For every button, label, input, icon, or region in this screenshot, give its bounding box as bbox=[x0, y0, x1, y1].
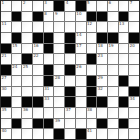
block-cell-r8c12 bbox=[119, 76, 129, 86]
block-cell-r6c3 bbox=[22, 54, 32, 64]
letter-cell-r7c6[interactable] bbox=[54, 65, 64, 75]
clue-number-23: 23 bbox=[98, 54, 103, 58]
letter-cell-r4c1[interactable] bbox=[1, 33, 11, 43]
block-cell-r1c6 bbox=[54, 1, 64, 11]
letter-cell-r11c4[interactable] bbox=[33, 108, 43, 118]
letter-cell-r1c5[interactable]: 3 bbox=[44, 1, 54, 11]
letter-cell-r11c5[interactable] bbox=[44, 108, 54, 118]
clue-number-4: 4 bbox=[66, 1, 69, 5]
block-cell-r9c13 bbox=[129, 87, 139, 97]
letter-cell-r1c2[interactable] bbox=[12, 1, 22, 11]
clue-number-34: 34 bbox=[130, 97, 135, 101]
block-cell-r12c12 bbox=[119, 119, 129, 129]
clue-number-16: 16 bbox=[34, 44, 39, 48]
clue-number-27: 27 bbox=[2, 76, 7, 80]
block-cell-r7c5 bbox=[44, 65, 54, 75]
block-cell-r1c8 bbox=[76, 1, 86, 11]
letter-cell-r7c11[interactable] bbox=[108, 65, 118, 75]
letter-cell-r13c3[interactable] bbox=[22, 129, 32, 139]
clue-number-9: 9 bbox=[55, 12, 58, 16]
letter-cell-r13c11[interactable] bbox=[108, 129, 118, 139]
letter-cell-r3c11[interactable] bbox=[108, 22, 118, 32]
clue-number-38: 38 bbox=[87, 108, 92, 112]
crossword-puzzle: 1234567891011121314151617181920212223242… bbox=[0, 0, 140, 140]
letter-cell-r12c1[interactable] bbox=[1, 119, 11, 129]
letter-cell-r8c6[interactable]: 28 bbox=[54, 76, 64, 86]
letter-cell-r9c11[interactable] bbox=[108, 87, 118, 97]
clue-number-3: 3 bbox=[44, 1, 47, 5]
block-cell-r12c10 bbox=[97, 119, 107, 129]
letter-cell-r9c6[interactable] bbox=[54, 87, 64, 97]
letter-cell-r3c4[interactable] bbox=[33, 22, 43, 32]
clue-number-40: 40 bbox=[2, 129, 7, 133]
clue-number-22: 22 bbox=[34, 54, 39, 58]
letter-cell-r6c11[interactable] bbox=[108, 54, 118, 64]
letter-cell-r2c3[interactable] bbox=[22, 12, 32, 22]
clue-number-37: 37 bbox=[66, 108, 71, 112]
clue-number-41: 41 bbox=[87, 129, 92, 133]
block-cell-r4c7 bbox=[65, 33, 75, 43]
letter-cell-r6c6[interactable] bbox=[54, 54, 64, 64]
letter-cell-r5c10[interactable]: 18 bbox=[97, 44, 107, 54]
letter-cell-r1c4[interactable] bbox=[33, 1, 43, 11]
clue-number-26: 26 bbox=[76, 65, 81, 69]
block-cell-r10c9 bbox=[87, 97, 97, 107]
block-cell-r13c6 bbox=[54, 129, 64, 139]
letter-cell-r5c13[interactable]: 20 bbox=[129, 44, 139, 54]
block-cell-r4c5 bbox=[44, 33, 54, 43]
block-cell-r2c4 bbox=[33, 12, 43, 22]
letter-cell-r4c12[interactable] bbox=[119, 33, 129, 43]
letter-cell-r11c8[interactable] bbox=[76, 108, 86, 118]
letter-cell-r8c13[interactable] bbox=[129, 76, 139, 86]
letter-cell-r2c5[interactable]: 8 bbox=[44, 12, 54, 22]
letter-cell-r8c11[interactable] bbox=[108, 76, 118, 86]
block-cell-r2c10 bbox=[97, 12, 107, 22]
letter-cell-r8c2[interactable] bbox=[12, 76, 22, 86]
letter-cell-r10c8[interactable] bbox=[76, 97, 86, 107]
clue-number-25: 25 bbox=[23, 65, 28, 69]
letter-cell-r6c10[interactable]: 23 bbox=[97, 54, 107, 64]
letter-cell-r1c1[interactable]: 1 bbox=[1, 1, 11, 11]
clue-number-35: 35 bbox=[2, 108, 7, 112]
letter-cell-r3c1[interactable]: 11 bbox=[1, 22, 11, 32]
block-cell-r9c7 bbox=[65, 87, 75, 97]
letter-cell-r12c11[interactable] bbox=[108, 119, 118, 129]
letter-cell-r3c8[interactable] bbox=[76, 22, 86, 32]
letter-cell-r3c9[interactable]: 12 bbox=[87, 22, 97, 32]
letter-cell-r6c13[interactable] bbox=[129, 54, 139, 64]
block-cell-r5c1 bbox=[1, 44, 11, 54]
clue-number-36: 36 bbox=[23, 108, 28, 112]
letter-cell-r7c4[interactable] bbox=[33, 65, 43, 75]
letter-cell-r7c8[interactable]: 26 bbox=[76, 65, 86, 75]
letter-cell-r10c5[interactable]: 33 bbox=[44, 97, 54, 107]
letter-cell-r10c2[interactable] bbox=[12, 97, 22, 107]
clue-number-33: 33 bbox=[44, 97, 49, 101]
clue-number-30: 30 bbox=[2, 87, 7, 91]
letter-cell-r12c3[interactable] bbox=[22, 119, 32, 129]
letter-cell-r10c13[interactable]: 34 bbox=[129, 97, 139, 107]
block-cell-r12c4 bbox=[33, 119, 43, 129]
letter-cell-r1c9[interactable]: 5 bbox=[87, 1, 97, 11]
clue-number-32: 32 bbox=[98, 87, 103, 91]
letter-cell-r6c2[interactable] bbox=[12, 54, 22, 64]
block-cell-r10c4 bbox=[33, 97, 43, 107]
block-cell-r12c5 bbox=[44, 119, 54, 129]
letter-cell-r11c11[interactable] bbox=[108, 108, 118, 118]
block-cell-r13c8 bbox=[76, 129, 86, 139]
letter-cell-r9c8[interactable] bbox=[76, 87, 86, 97]
letter-cell-r11c10[interactable] bbox=[97, 108, 107, 118]
letter-cell-r1c7[interactable]: 4 bbox=[65, 1, 75, 11]
letter-cell-r11c12[interactable] bbox=[119, 108, 129, 118]
clue-number-5: 5 bbox=[87, 1, 90, 5]
clue-number-14: 14 bbox=[76, 33, 81, 37]
letter-cell-r13c5[interactable] bbox=[44, 129, 54, 139]
letter-cell-r9c2[interactable] bbox=[12, 87, 22, 97]
letter-cell-r9c1[interactable]: 30 bbox=[1, 87, 11, 97]
letter-cell-r13c4[interactable] bbox=[33, 129, 43, 139]
letter-cell-r2c13[interactable] bbox=[129, 12, 139, 22]
block-cell-r8c9 bbox=[87, 76, 97, 86]
letter-cell-r6c7[interactable] bbox=[65, 54, 75, 64]
letter-cell-r6c1[interactable]: 21 bbox=[1, 54, 11, 64]
letter-cell-r13c12[interactable] bbox=[119, 129, 129, 139]
block-cell-r6c9 bbox=[87, 54, 97, 64]
letter-cell-r13c13[interactable] bbox=[129, 129, 139, 139]
block-cell-r7c1 bbox=[1, 65, 11, 75]
letter-cell-r3c12[interactable]: 13 bbox=[119, 22, 129, 32]
letter-cell-r5c4[interactable]: 16 bbox=[33, 44, 43, 54]
letter-cell-r4c3[interactable] bbox=[22, 33, 32, 43]
letter-cell-r3c2[interactable] bbox=[12, 22, 22, 32]
letter-cell-r6c5[interactable] bbox=[44, 54, 54, 64]
letter-cell-r5c8[interactable]: 17 bbox=[76, 44, 86, 54]
letter-cell-r9c3[interactable] bbox=[22, 87, 32, 97]
letter-cell-r7c9[interactable] bbox=[87, 65, 97, 75]
clue-number-7: 7 bbox=[130, 1, 133, 5]
letter-cell-r9c5[interactable]: 31 bbox=[44, 87, 54, 97]
block-cell-r4c11 bbox=[108, 33, 118, 43]
letter-cell-r13c9[interactable]: 41 bbox=[87, 129, 97, 139]
letter-cell-r8c1[interactable]: 27 bbox=[1, 76, 11, 86]
letter-cell-r2c1[interactable] bbox=[1, 12, 11, 22]
letter-cell-r7c12[interactable] bbox=[119, 65, 129, 75]
clue-number-21: 21 bbox=[2, 54, 7, 58]
clue-number-19: 19 bbox=[108, 44, 113, 48]
block-cell-r10c12 bbox=[119, 97, 129, 107]
letter-cell-r6c12[interactable] bbox=[119, 54, 129, 64]
letter-cell-r12c7[interactable] bbox=[65, 119, 75, 129]
letter-cell-r3c13[interactable] bbox=[129, 22, 139, 32]
letter-cell-r10c11[interactable] bbox=[108, 97, 118, 107]
clue-number-18: 18 bbox=[98, 44, 103, 48]
letter-cell-r2c6[interactable]: 9 bbox=[54, 12, 64, 22]
block-cell-r4c4 bbox=[33, 33, 43, 43]
clue-number-29: 29 bbox=[98, 76, 103, 80]
clue-number-15: 15 bbox=[12, 44, 17, 48]
letter-cell-r8c4[interactable] bbox=[33, 76, 43, 86]
block-cell-r4c2 bbox=[12, 33, 22, 43]
clue-number-13: 13 bbox=[119, 22, 124, 26]
block-cell-r10c3 bbox=[22, 97, 32, 107]
block-cell-r10c10 bbox=[97, 97, 107, 107]
letter-cell-r3c6[interactable] bbox=[54, 22, 64, 32]
block-cell-r4c13 bbox=[129, 33, 139, 43]
clue-number-31: 31 bbox=[44, 87, 49, 91]
clue-number-28: 28 bbox=[55, 76, 60, 80]
clue-number-24: 24 bbox=[12, 65, 17, 69]
block-cell-r5c7 bbox=[65, 44, 75, 54]
letter-cell-r6c4[interactable]: 22 bbox=[33, 54, 43, 64]
letter-cell-r4c8[interactable]: 14 bbox=[76, 33, 86, 43]
letter-cell-r2c11[interactable] bbox=[108, 12, 118, 22]
block-cell-r2c2 bbox=[12, 12, 22, 22]
letter-cell-r9c10[interactable]: 32 bbox=[97, 87, 107, 97]
letter-cell-r13c10[interactable] bbox=[97, 129, 107, 139]
letter-cell-r7c2[interactable]: 24 bbox=[12, 65, 22, 75]
letter-cell-r8c10[interactable]: 29 bbox=[97, 76, 107, 86]
letter-cell-r2c8[interactable]: 10 bbox=[76, 12, 86, 22]
letter-cell-r10c6[interactable] bbox=[54, 97, 64, 107]
letter-cell-r5c12[interactable] bbox=[119, 44, 129, 54]
letter-cell-r12c9[interactable] bbox=[87, 119, 97, 129]
block-cell-r10c1 bbox=[1, 97, 11, 107]
block-cell-r10c7 bbox=[65, 97, 75, 107]
block-cell-r4c10 bbox=[97, 33, 107, 43]
letter-cell-r8c3[interactable] bbox=[22, 76, 32, 86]
clue-number-1: 1 bbox=[2, 1, 5, 5]
letter-cell-r9c12[interactable] bbox=[119, 87, 129, 97]
block-cell-r7c7 bbox=[65, 65, 75, 75]
letter-cell-r11c3[interactable]: 36 bbox=[22, 108, 32, 118]
letter-cell-r12c13[interactable] bbox=[129, 119, 139, 129]
block-cell-r9c9 bbox=[87, 87, 97, 97]
clue-number-6: 6 bbox=[108, 1, 111, 5]
letter-cell-r11c13[interactable] bbox=[129, 108, 139, 118]
letter-cell-r13c7[interactable] bbox=[65, 129, 75, 139]
letter-cell-r11c1[interactable]: 35 bbox=[1, 108, 11, 118]
clue-number-17: 17 bbox=[76, 44, 81, 48]
letter-cell-r3c3[interactable] bbox=[22, 22, 32, 32]
letter-cell-r4c6[interactable] bbox=[54, 33, 64, 43]
letter-cell-r7c3[interactable]: 25 bbox=[22, 65, 32, 75]
letter-cell-r2c7[interactable] bbox=[65, 12, 75, 22]
letter-cell-r1c12[interactable] bbox=[119, 1, 129, 11]
letter-cell-r5c9[interactable] bbox=[87, 44, 97, 54]
clue-number-10: 10 bbox=[76, 12, 81, 16]
letter-cell-r1c3[interactable]: 2 bbox=[22, 1, 32, 11]
letter-cell-r11c6[interactable] bbox=[54, 108, 64, 118]
clue-number-2: 2 bbox=[23, 1, 26, 5]
letter-cell-r1c13[interactable]: 7 bbox=[129, 1, 139, 11]
clue-number-8: 8 bbox=[44, 12, 47, 16]
crossword-board: 1234567891011121314151617181920212223242… bbox=[0, 0, 140, 140]
letter-cell-r9c4[interactable] bbox=[33, 87, 43, 97]
letter-cell-r11c2[interactable] bbox=[12, 108, 22, 118]
block-cell-r2c12 bbox=[119, 12, 129, 22]
letter-cell-r5c6[interactable] bbox=[54, 44, 64, 54]
letter-cell-r6c8[interactable] bbox=[76, 54, 86, 64]
letter-cell-r3c7[interactable] bbox=[65, 22, 75, 32]
letter-cell-r5c2[interactable]: 15 bbox=[12, 44, 22, 54]
block-cell-r12c2 bbox=[12, 119, 22, 129]
letter-cell-r11c7[interactable]: 37 bbox=[65, 108, 75, 118]
clue-number-20: 20 bbox=[130, 44, 135, 48]
letter-cell-r5c11[interactable]: 19 bbox=[108, 44, 118, 54]
letter-cell-r7c13[interactable] bbox=[129, 65, 139, 75]
letter-cell-r3c10[interactable] bbox=[97, 22, 107, 32]
letter-cell-r12c8[interactable] bbox=[76, 119, 86, 129]
letter-cell-r12c6[interactable]: 39 bbox=[54, 119, 64, 129]
letter-cell-r1c10[interactable] bbox=[97, 1, 107, 11]
letter-cell-r8c7[interactable] bbox=[65, 76, 75, 86]
clue-number-39: 39 bbox=[55, 119, 60, 123]
block-cell-r8c5 bbox=[44, 76, 54, 86]
letter-cell-r11c9[interactable]: 38 bbox=[87, 108, 97, 118]
clue-number-12: 12 bbox=[87, 22, 92, 26]
block-cell-r5c5 bbox=[44, 44, 54, 54]
letter-cell-r3c5[interactable] bbox=[44, 22, 54, 32]
clue-number-11: 11 bbox=[2, 22, 7, 26]
letter-cell-r1c11[interactable]: 6 bbox=[108, 1, 118, 11]
letter-cell-r4c9[interactable] bbox=[87, 33, 97, 43]
letter-cell-r5c3[interactable] bbox=[22, 44, 32, 54]
letter-cell-r13c1[interactable]: 40 bbox=[1, 129, 11, 139]
letter-cell-r7c10[interactable] bbox=[97, 65, 107, 75]
block-cell-r2c9 bbox=[87, 12, 97, 22]
letter-cell-r13c2[interactable] bbox=[12, 129, 22, 139]
letter-cell-r8c8[interactable] bbox=[76, 76, 86, 86]
